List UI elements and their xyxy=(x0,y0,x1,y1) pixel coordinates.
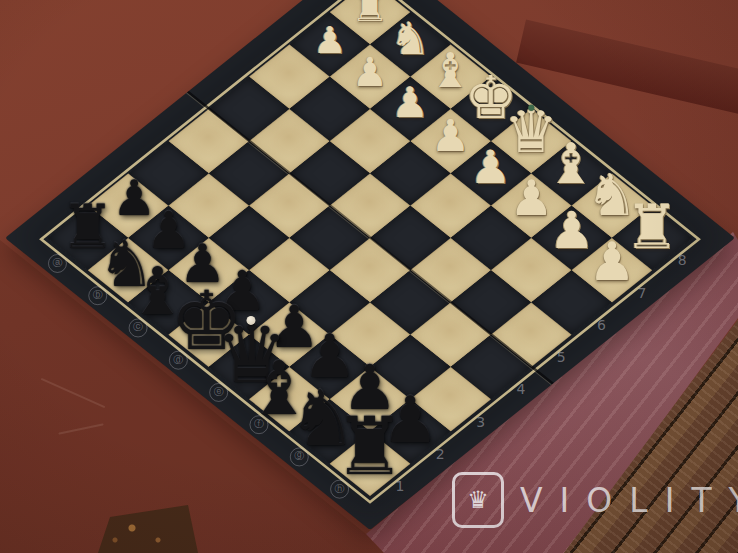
file-stamp-ⓖ: ⓖ xyxy=(290,447,309,466)
file-stamp-ⓗ: ⓗ xyxy=(330,480,349,499)
file-stamp-ⓒ: ⓒ xyxy=(129,318,148,337)
rank-number-1: 1 xyxy=(396,479,405,493)
rank-number-2: 2 xyxy=(436,447,445,461)
rank-number-6: 6 xyxy=(597,318,606,332)
photo-scene: ⓐⓑⓒⓓⓔⓕⓖⓗ87654321 ♜♞♝♛♚♝♞♜♟♟♟♟♟♟♟♟♟♟♟♟♟♟♟… xyxy=(0,0,738,553)
file-stamp-ⓕ: ⓕ xyxy=(249,415,268,434)
file-stamp-ⓑ: ⓑ xyxy=(88,286,107,305)
rank-number-8: 8 xyxy=(678,253,687,267)
rank-number-4: 4 xyxy=(516,382,525,396)
rank-number-5: 5 xyxy=(557,350,566,364)
rank-number-3: 3 xyxy=(476,415,485,429)
rank-number-7: 7 xyxy=(637,286,646,300)
file-stamp-ⓐ: ⓐ xyxy=(48,254,67,273)
file-stamp-ⓓ: ⓓ xyxy=(169,351,188,370)
file-stamp-ⓔ: ⓔ xyxy=(209,383,228,402)
